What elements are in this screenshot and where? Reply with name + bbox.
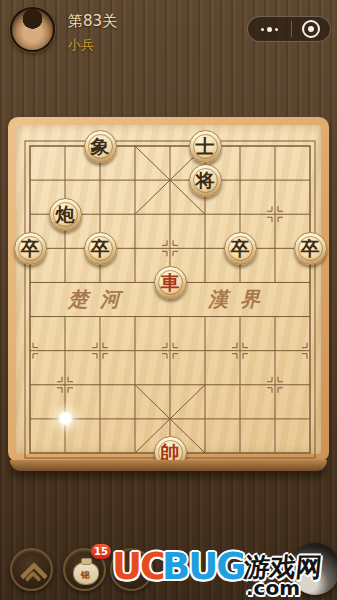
avatar[interactable] (10, 7, 55, 52)
piece-black-卒[interactable]: 卒 (294, 232, 327, 265)
expand-button[interactable] (10, 548, 53, 591)
watermark-bug: BUG (162, 545, 245, 588)
piece-black-卒[interactable]: 卒 (224, 232, 257, 265)
piece-black-卒[interactable]: 卒 (84, 232, 117, 265)
piece-black-象[interactable]: 象 (84, 130, 117, 163)
piece-black-将[interactable]: 将 (189, 164, 222, 197)
piece-red-帥[interactable]: 帥 (154, 436, 187, 469)
extra-button[interactable] (110, 548, 153, 591)
header-text: 第83关 小兵 (68, 12, 117, 54)
more-dots-icon (261, 28, 264, 31)
level-label: 第83关 (68, 12, 117, 31)
rank-label: 小兵 (68, 36, 117, 54)
target-circle-icon (302, 20, 320, 38)
money-bag-icon: 锦 (73, 562, 99, 585)
river-label-left: 楚河 (56, 286, 144, 313)
more-options-button[interactable] (248, 17, 291, 41)
river-label-right: 漢界 (196, 286, 284, 313)
piece-red-車[interactable]: 車 (154, 266, 187, 299)
tip-bag-button[interactable]: 锦 15 (63, 548, 106, 591)
more-dots-icon (275, 28, 278, 31)
wechat-capsule (247, 16, 331, 42)
piece-black-卒[interactable]: 卒 (14, 232, 47, 265)
app-screen: 第83关 小兵 楚河 漢界 象士将炮卒卒卒卒車帥 锦 15 UC BUG 游戏网… (0, 0, 337, 600)
dark-sphere (290, 543, 337, 595)
piece-black-炮[interactable]: 炮 (49, 198, 82, 231)
more-dots-icon (267, 27, 272, 32)
xiangqi-board[interactable]: 楚河 漢界 象士将炮卒卒卒卒車帥 (8, 117, 329, 462)
badge-count: 15 (91, 544, 111, 559)
hint-dot[interactable] (58, 411, 73, 426)
close-minipro-button[interactable] (292, 17, 330, 41)
piece-black-士[interactable]: 士 (189, 130, 222, 163)
